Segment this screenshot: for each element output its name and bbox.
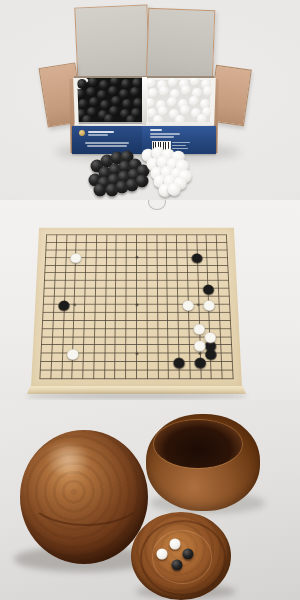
open-go-bowl	[146, 414, 260, 511]
lid-black-stone	[183, 549, 194, 560]
label-text-line	[85, 142, 129, 144]
go-bowls-photo	[0, 400, 300, 600]
box-top-flap-right	[146, 8, 216, 83]
lid-black-stone	[172, 560, 183, 571]
tray-black-stone	[78, 99, 88, 109]
paper-liner-front-white	[146, 122, 212, 125]
tray-white-stone	[146, 98, 155, 108]
tray-black-stone	[88, 78, 98, 87]
tray-black-stone	[111, 96, 121, 106]
tray-black-stone	[130, 87, 140, 97]
star-point	[135, 303, 138, 306]
star-point	[73, 303, 76, 306]
label-text-line	[150, 129, 162, 131]
tray-black-stone	[86, 87, 96, 97]
tray-black-stone	[133, 98, 142, 108]
black-stones-tray	[76, 78, 142, 124]
black-stone: ●	[191, 252, 204, 263]
tray-white-stone	[148, 88, 158, 98]
tray-black-stone	[89, 97, 99, 107]
star-point	[197, 303, 200, 306]
loose-white-stone	[168, 183, 181, 196]
tray-black-stone	[121, 79, 131, 89]
star-point	[135, 352, 138, 355]
label-text-line	[87, 145, 127, 147]
white-stones-tray	[146, 78, 212, 124]
tray-divider	[142, 77, 147, 125]
black-stone: ●	[173, 356, 186, 368]
label-text-line	[88, 131, 114, 133]
tray-white-stone	[146, 78, 156, 88]
black-stone: ●	[194, 356, 207, 368]
label-text-line	[172, 148, 188, 149]
white-stone: ●	[66, 347, 79, 359]
black-stone: ●	[202, 283, 215, 294]
glass-rim	[148, 200, 166, 210]
tray-black-stone	[77, 79, 87, 89]
board-tilt-wrapper: ●●●●●●●●●●●●●●	[31, 228, 242, 387]
go-set-product-photos: ●●●●●●●●●●●●●●	[0, 0, 300, 600]
label-text-line	[150, 133, 180, 135]
stones-box-photo	[0, 0, 300, 200]
label-text-line	[88, 134, 108, 136]
tray-black-stone	[119, 89, 129, 99]
board-grid: ●●●●●●●●●●●●●●	[39, 234, 233, 379]
star-point	[135, 256, 138, 259]
tray-white-stone	[167, 97, 177, 107]
black-stone: ●	[58, 298, 71, 310]
label-text-line	[172, 142, 190, 143]
tray-black-stone	[122, 99, 132, 109]
loose-black-stone	[136, 175, 149, 188]
go-board: ●●●●●●●●●●●●●●	[31, 228, 242, 387]
paper-liner-front-black	[76, 122, 142, 125]
board-shadow	[25, 393, 248, 399]
go-board-photo: ●●●●●●●●●●●●●●	[0, 200, 300, 400]
label-text-line	[172, 145, 186, 146]
tray-black-stone	[110, 78, 120, 86]
white-stone: ●	[193, 339, 206, 351]
tray-white-stone	[180, 105, 190, 115]
bowl-lid	[131, 512, 231, 600]
tray-white-stone	[159, 86, 169, 96]
label-text-line	[150, 136, 174, 138]
tray-white-stone	[190, 78, 200, 86]
carton-body	[72, 76, 216, 154]
lid-white-stone	[157, 549, 168, 560]
bowl-lid-seam	[26, 464, 146, 526]
tray-black-stone	[108, 86, 118, 96]
gold-seal-logo-icon	[79, 130, 85, 136]
white-stone: ●	[70, 252, 83, 263]
tray-white-stone	[168, 78, 178, 87]
tray-white-stone	[181, 85, 191, 95]
white-stone: ●	[182, 298, 195, 310]
bowl-highlight	[40, 444, 96, 474]
lid-white-stone	[170, 539, 181, 550]
tray-black-stone	[97, 90, 107, 100]
tray-white-stone	[189, 96, 199, 106]
white-stone: ●	[202, 298, 215, 310]
